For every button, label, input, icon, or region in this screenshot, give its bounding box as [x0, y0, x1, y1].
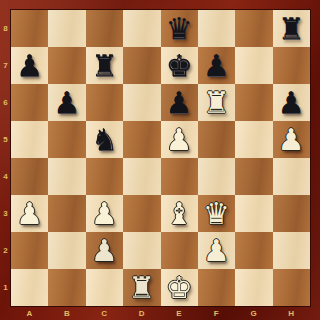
square-f5: [198, 121, 235, 158]
square-b8: [48, 10, 85, 47]
square-e2: [161, 232, 198, 269]
square-h3: [273, 195, 310, 232]
square-h4: [273, 158, 310, 195]
rank-label-1: 1: [0, 269, 11, 306]
square-f2: ♟: [198, 232, 235, 269]
square-a5: [11, 121, 48, 158]
rank-label-2: 2: [0, 232, 11, 269]
piece-white-pawn-c2: ♟: [86, 232, 123, 269]
square-c6: [86, 84, 123, 121]
square-b6: ♟: [48, 84, 85, 121]
piece-black-pawn-b6: ♟: [48, 84, 85, 121]
board-frame: 87654321 ABCDEFGH ♛♜♟♜♚♟♟♟♜♟♞♟♟♟♟♝♛♟♟♜♚: [0, 0, 320, 320]
square-f3: ♛: [198, 195, 235, 232]
file-label-d: D: [123, 306, 160, 320]
square-b5: [48, 121, 85, 158]
file-label-e: E: [161, 306, 198, 320]
square-d8: [123, 10, 160, 47]
rank-labels: 87654321: [0, 10, 11, 306]
square-g5: [235, 121, 272, 158]
piece-black-rook-c7: ♜: [86, 47, 123, 84]
file-label-a: A: [11, 306, 48, 320]
piece-white-pawn-f2: ♟: [198, 232, 235, 269]
square-f6: ♜: [198, 84, 235, 121]
piece-white-pawn-h5: ♟: [273, 121, 310, 158]
file-label-c: C: [86, 306, 123, 320]
piece-black-rook-h8: ♜: [273, 10, 310, 47]
square-g2: [235, 232, 272, 269]
piece-white-pawn-e5: ♟: [161, 121, 198, 158]
square-d5: [123, 121, 160, 158]
piece-black-pawn-h6: ♟: [273, 84, 310, 121]
square-e3: ♝: [161, 195, 198, 232]
square-f7: ♟: [198, 47, 235, 84]
square-e5: ♟: [161, 121, 198, 158]
piece-white-pawn-a3: ♟: [11, 195, 48, 232]
square-e6: ♟: [161, 84, 198, 121]
square-a6: [11, 84, 48, 121]
piece-white-king-e1: ♚: [161, 269, 198, 306]
rank-label-8: 8: [0, 10, 11, 47]
rank-label-3: 3: [0, 195, 11, 232]
square-b7: [48, 47, 85, 84]
square-c2: ♟: [86, 232, 123, 269]
rank-label-7: 7: [0, 47, 11, 84]
rank-label-5: 5: [0, 121, 11, 158]
square-c5: ♞: [86, 121, 123, 158]
square-b1: [48, 269, 85, 306]
square-c4: [86, 158, 123, 195]
chess-board: ♛♜♟♜♚♟♟♟♜♟♞♟♟♟♟♝♛♟♟♜♚: [11, 10, 310, 306]
piece-white-bishop-e3: ♝: [161, 195, 198, 232]
square-d6: [123, 84, 160, 121]
square-d7: [123, 47, 160, 84]
piece-black-king-e7: ♚: [161, 47, 198, 84]
square-g8: [235, 10, 272, 47]
piece-white-pawn-c3: ♟: [86, 195, 123, 232]
square-f4: [198, 158, 235, 195]
piece-black-knight-c5: ♞: [86, 121, 123, 158]
square-d2: [123, 232, 160, 269]
piece-white-rook-d1: ♜: [123, 269, 160, 306]
square-f1: [198, 269, 235, 306]
piece-white-queen-f3: ♛: [198, 195, 235, 232]
square-c3: ♟: [86, 195, 123, 232]
file-labels: ABCDEFGH: [11, 306, 310, 320]
square-b2: [48, 232, 85, 269]
square-h7: [273, 47, 310, 84]
piece-black-pawn-e6: ♟: [161, 84, 198, 121]
rank-label-6: 6: [0, 84, 11, 121]
square-a3: ♟: [11, 195, 48, 232]
square-a8: [11, 10, 48, 47]
square-c7: ♜: [86, 47, 123, 84]
square-b4: [48, 158, 85, 195]
square-a2: [11, 232, 48, 269]
square-a4: [11, 158, 48, 195]
square-h1: [273, 269, 310, 306]
square-d1: ♜: [123, 269, 160, 306]
square-h5: ♟: [273, 121, 310, 158]
square-d3: [123, 195, 160, 232]
square-a1: [11, 269, 48, 306]
square-e4: [161, 158, 198, 195]
square-e8: ♛: [161, 10, 198, 47]
square-e7: ♚: [161, 47, 198, 84]
square-g1: [235, 269, 272, 306]
rank-label-4: 4: [0, 158, 11, 195]
square-c8: [86, 10, 123, 47]
square-g6: [235, 84, 272, 121]
square-h8: ♜: [273, 10, 310, 47]
piece-black-pawn-a7: ♟: [11, 47, 48, 84]
file-label-g: G: [235, 306, 272, 320]
piece-black-pawn-f7: ♟: [198, 47, 235, 84]
square-d4: [123, 158, 160, 195]
square-e1: ♚: [161, 269, 198, 306]
file-label-f: F: [198, 306, 235, 320]
square-h6: ♟: [273, 84, 310, 121]
square-g4: [235, 158, 272, 195]
square-b3: [48, 195, 85, 232]
piece-white-rook-f6: ♜: [198, 84, 235, 121]
piece-black-queen-e8: ♛: [161, 10, 198, 47]
file-label-b: B: [48, 306, 85, 320]
square-g3: [235, 195, 272, 232]
square-h2: [273, 232, 310, 269]
file-label-h: H: [273, 306, 310, 320]
square-f8: [198, 10, 235, 47]
square-g7: [235, 47, 272, 84]
square-c1: [86, 269, 123, 306]
square-a7: ♟: [11, 47, 48, 84]
